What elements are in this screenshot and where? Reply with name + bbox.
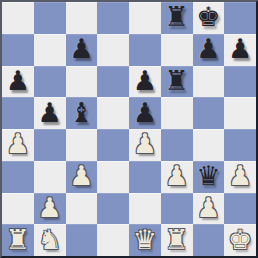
black-pawn-e6[interactable]: ♟	[133, 67, 157, 94]
square-d3[interactable]	[97, 161, 129, 193]
black-rook-f6[interactable]: ♜	[165, 67, 189, 94]
black-pawn-c7[interactable]: ♟	[69, 35, 93, 62]
square-d7[interactable]	[97, 34, 129, 66]
black-bishop-c5[interactable]: ♝	[69, 99, 93, 126]
square-d1[interactable]	[97, 224, 129, 256]
black-pawn-g7[interactable]: ♟	[196, 35, 220, 62]
white-pawn-b2[interactable]: ♟	[38, 194, 62, 221]
square-d6[interactable]	[97, 66, 129, 98]
white-pawn-a4[interactable]: ♟	[6, 130, 30, 157]
square-e8[interactable]	[129, 2, 161, 34]
square-a8[interactable]	[2, 2, 34, 34]
white-pawn-h3[interactable]: ♟	[228, 162, 252, 189]
square-c4[interactable]	[66, 129, 98, 161]
square-a5[interactable]	[2, 97, 34, 129]
square-c3[interactable]: ♟	[66, 161, 98, 193]
square-h5[interactable]	[224, 97, 256, 129]
square-b5[interactable]: ♟	[34, 97, 66, 129]
square-c1[interactable]	[66, 224, 98, 256]
square-g1[interactable]	[193, 224, 225, 256]
square-g4[interactable]	[193, 129, 225, 161]
square-f2[interactable]	[161, 193, 193, 225]
square-c7[interactable]: ♟	[66, 34, 98, 66]
chess-board: ♜♚♟♟♟♟♟♜♟♝♟♟♟♟♟♛♟♟♟♜♞♛♜♚	[0, 0, 258, 258]
square-g6[interactable]	[193, 66, 225, 98]
square-a3[interactable]	[2, 161, 34, 193]
white-knight-b1[interactable]: ♞	[38, 226, 62, 253]
square-d4[interactable]	[97, 129, 129, 161]
square-f1[interactable]: ♜	[161, 224, 193, 256]
square-b1[interactable]: ♞	[34, 224, 66, 256]
black-queen-g3[interactable]: ♛	[196, 162, 220, 189]
square-b8[interactable]	[34, 2, 66, 34]
square-b7[interactable]	[34, 34, 66, 66]
white-pawn-g2[interactable]: ♟	[196, 194, 220, 221]
white-pawn-f3[interactable]: ♟	[165, 162, 189, 189]
square-a7[interactable]	[2, 34, 34, 66]
board-grid: ♜♚♟♟♟♟♟♜♟♝♟♟♟♟♟♛♟♟♟♜♞♛♜♚	[2, 2, 256, 256]
square-f5[interactable]	[161, 97, 193, 129]
square-c6[interactable]	[66, 66, 98, 98]
square-h4[interactable]	[224, 129, 256, 161]
square-f7[interactable]	[161, 34, 193, 66]
square-c2[interactable]	[66, 193, 98, 225]
black-pawn-b5[interactable]: ♟	[38, 99, 62, 126]
square-h7[interactable]: ♟	[224, 34, 256, 66]
square-g7[interactable]: ♟	[193, 34, 225, 66]
black-rook-f8[interactable]: ♜	[165, 3, 189, 30]
square-c8[interactable]	[66, 2, 98, 34]
square-f4[interactable]	[161, 129, 193, 161]
square-h1[interactable]: ♚	[224, 224, 256, 256]
square-g5[interactable]	[193, 97, 225, 129]
square-b6[interactable]	[34, 66, 66, 98]
square-b3[interactable]	[34, 161, 66, 193]
square-g2[interactable]: ♟	[193, 193, 225, 225]
white-rook-f1[interactable]: ♜	[165, 226, 189, 253]
square-a6[interactable]: ♟	[2, 66, 34, 98]
black-king-g8[interactable]: ♚	[196, 3, 220, 30]
square-d8[interactable]	[97, 2, 129, 34]
square-d2[interactable]	[97, 193, 129, 225]
square-e1[interactable]: ♛	[129, 224, 161, 256]
square-h2[interactable]	[224, 193, 256, 225]
white-queen-e1[interactable]: ♛	[133, 226, 157, 253]
square-b2[interactable]: ♟	[34, 193, 66, 225]
square-e3[interactable]	[129, 161, 161, 193]
square-h8[interactable]	[224, 2, 256, 34]
square-a1[interactable]: ♜	[2, 224, 34, 256]
white-rook-a1[interactable]: ♜	[6, 226, 30, 253]
white-king-h1[interactable]: ♚	[228, 226, 252, 253]
square-g3[interactable]: ♛	[193, 161, 225, 193]
square-g8[interactable]: ♚	[193, 2, 225, 34]
black-pawn-h7[interactable]: ♟	[228, 35, 252, 62]
square-f8[interactable]: ♜	[161, 2, 193, 34]
square-f6[interactable]: ♜	[161, 66, 193, 98]
square-e6[interactable]: ♟	[129, 66, 161, 98]
square-d5[interactable]	[97, 97, 129, 129]
square-e4[interactable]: ♟	[129, 129, 161, 161]
square-e7[interactable]	[129, 34, 161, 66]
square-h3[interactable]: ♟	[224, 161, 256, 193]
white-pawn-c3[interactable]: ♟	[69, 162, 93, 189]
square-a2[interactable]	[2, 193, 34, 225]
white-pawn-e4[interactable]: ♟	[133, 130, 157, 157]
square-e2[interactable]	[129, 193, 161, 225]
square-c5[interactable]: ♝	[66, 97, 98, 129]
square-h6[interactable]	[224, 66, 256, 98]
black-pawn-e5[interactable]: ♟	[133, 99, 157, 126]
black-pawn-a6[interactable]: ♟	[6, 67, 30, 94]
square-a4[interactable]: ♟	[2, 129, 34, 161]
square-f3[interactable]: ♟	[161, 161, 193, 193]
square-e5[interactable]: ♟	[129, 97, 161, 129]
square-b4[interactable]	[34, 129, 66, 161]
